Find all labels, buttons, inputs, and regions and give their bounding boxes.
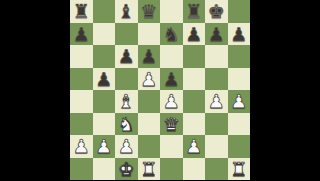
square-a2[interactable]: ♟ bbox=[70, 135, 93, 158]
square-b6[interactable] bbox=[93, 45, 116, 68]
square-f1[interactable] bbox=[183, 158, 206, 181]
square-e6[interactable] bbox=[160, 45, 183, 68]
piece-bB-c8[interactable]: ♝ bbox=[118, 0, 135, 23]
square-f2[interactable]: ♟ bbox=[183, 135, 206, 158]
piece-wP-d5[interactable]: ♟ bbox=[140, 68, 157, 91]
square-b7[interactable] bbox=[93, 23, 116, 46]
piece-wK-c1[interactable]: ♚ bbox=[118, 158, 135, 181]
square-a7[interactable]: ♟ bbox=[70, 23, 93, 46]
square-c4[interactable]: ♝ bbox=[115, 90, 138, 113]
square-b2[interactable]: ♟ bbox=[93, 135, 116, 158]
square-c7[interactable] bbox=[115, 23, 138, 46]
square-c1[interactable]: ♚ bbox=[115, 158, 138, 181]
square-g1[interactable] bbox=[205, 158, 228, 181]
square-c2[interactable]: ♟ bbox=[115, 135, 138, 158]
square-g6[interactable] bbox=[205, 45, 228, 68]
square-h8[interactable] bbox=[228, 0, 251, 23]
piece-wP-a2[interactable]: ♟ bbox=[73, 135, 90, 158]
piece-bR-f8[interactable]: ♜ bbox=[185, 0, 202, 23]
square-a4[interactable] bbox=[70, 90, 93, 113]
square-e8[interactable] bbox=[160, 0, 183, 23]
square-c8[interactable]: ♝ bbox=[115, 0, 138, 23]
piece-wN-c3[interactable]: ♞ bbox=[118, 113, 135, 136]
square-b4[interactable] bbox=[93, 90, 116, 113]
piece-wP-b2[interactable]: ♟ bbox=[95, 135, 112, 158]
square-d4[interactable] bbox=[138, 90, 161, 113]
square-d7[interactable] bbox=[138, 23, 161, 46]
square-e2[interactable] bbox=[160, 135, 183, 158]
piece-wP-e4[interactable]: ♟ bbox=[163, 90, 180, 113]
square-h4[interactable]: ♟ bbox=[228, 90, 251, 113]
chess-app-canvas: ♜♝♛♜♚♟♞♟♟♟♟♟♟♟♟♝♟♟♟♞♛♟♟♟♟♚♜♜ bbox=[0, 0, 320, 180]
piece-wP-g4[interactable]: ♟ bbox=[208, 90, 225, 113]
square-f5[interactable] bbox=[183, 68, 206, 91]
letterbox-right bbox=[250, 0, 320, 180]
piece-wB-c4[interactable]: ♝ bbox=[118, 90, 135, 113]
piece-bN-e7[interactable]: ♞ bbox=[163, 23, 180, 46]
square-b3[interactable] bbox=[93, 113, 116, 136]
piece-bP-d6[interactable]: ♟ bbox=[140, 45, 157, 68]
piece-bP-a7[interactable]: ♟ bbox=[73, 23, 90, 46]
square-c3[interactable]: ♞ bbox=[115, 113, 138, 136]
square-d2[interactable] bbox=[138, 135, 161, 158]
square-h5[interactable] bbox=[228, 68, 251, 91]
square-c5[interactable] bbox=[115, 68, 138, 91]
square-f3[interactable] bbox=[183, 113, 206, 136]
piece-bP-h7[interactable]: ♟ bbox=[230, 23, 247, 46]
square-g7[interactable]: ♟ bbox=[205, 23, 228, 46]
square-g2[interactable] bbox=[205, 135, 228, 158]
letterbox-left bbox=[0, 0, 70, 180]
square-f7[interactable]: ♟ bbox=[183, 23, 206, 46]
square-a8[interactable]: ♜ bbox=[70, 0, 93, 23]
piece-bK-g8[interactable]: ♚ bbox=[208, 0, 225, 23]
square-d3[interactable] bbox=[138, 113, 161, 136]
piece-bP-c6[interactable]: ♟ bbox=[118, 45, 135, 68]
piece-wP-f2[interactable]: ♟ bbox=[185, 135, 202, 158]
square-e3[interactable]: ♛ bbox=[160, 113, 183, 136]
square-e5[interactable]: ♟ bbox=[160, 68, 183, 91]
square-f8[interactable]: ♜ bbox=[183, 0, 206, 23]
piece-bP-b5[interactable]: ♟ bbox=[95, 68, 112, 91]
square-f4[interactable] bbox=[183, 90, 206, 113]
square-e1[interactable] bbox=[160, 158, 183, 181]
piece-bP-f7[interactable]: ♟ bbox=[185, 23, 202, 46]
square-g3[interactable] bbox=[205, 113, 228, 136]
square-a6[interactable] bbox=[70, 45, 93, 68]
square-h2[interactable] bbox=[228, 135, 251, 158]
square-c6[interactable]: ♟ bbox=[115, 45, 138, 68]
square-d8[interactable]: ♛ bbox=[138, 0, 161, 23]
piece-wR-d1[interactable]: ♜ bbox=[140, 158, 157, 181]
piece-wP-c2[interactable]: ♟ bbox=[118, 135, 135, 158]
square-a5[interactable] bbox=[70, 68, 93, 91]
square-b8[interactable] bbox=[93, 0, 116, 23]
piece-bP-e5[interactable]: ♟ bbox=[163, 68, 180, 91]
piece-bP-g7[interactable]: ♟ bbox=[208, 23, 225, 46]
square-g8[interactable]: ♚ bbox=[205, 0, 228, 23]
square-f6[interactable] bbox=[183, 45, 206, 68]
square-b1[interactable] bbox=[93, 158, 116, 181]
square-h6[interactable] bbox=[228, 45, 251, 68]
square-h3[interactable] bbox=[228, 113, 251, 136]
chess-board: ♜♝♛♜♚♟♞♟♟♟♟♟♟♟♟♝♟♟♟♞♛♟♟♟♟♚♜♜ bbox=[70, 0, 250, 180]
piece-wP-h4[interactable]: ♟ bbox=[230, 90, 247, 113]
square-a3[interactable] bbox=[70, 113, 93, 136]
square-d1[interactable]: ♜ bbox=[138, 158, 161, 181]
square-a1[interactable] bbox=[70, 158, 93, 181]
square-g5[interactable] bbox=[205, 68, 228, 91]
square-e7[interactable]: ♞ bbox=[160, 23, 183, 46]
piece-bR-a8[interactable]: ♜ bbox=[73, 0, 90, 23]
square-d6[interactable]: ♟ bbox=[138, 45, 161, 68]
square-g4[interactable]: ♟ bbox=[205, 90, 228, 113]
square-e4[interactable]: ♟ bbox=[160, 90, 183, 113]
square-h7[interactable]: ♟ bbox=[228, 23, 251, 46]
square-d5[interactable]: ♟ bbox=[138, 68, 161, 91]
piece-wR-h1[interactable]: ♜ bbox=[230, 158, 247, 181]
piece-wQ-e3[interactable]: ♛ bbox=[163, 113, 180, 136]
piece-bQ-d8[interactable]: ♛ bbox=[140, 0, 157, 23]
square-h1[interactable]: ♜ bbox=[228, 158, 251, 181]
square-b5[interactable]: ♟ bbox=[93, 68, 116, 91]
